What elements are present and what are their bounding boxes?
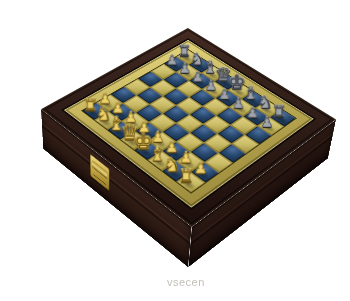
chess-case: ♜♞♝♛♚♝♞♜♟♟♟♟♟♟♟♟♟♟♟♟♟♟♟♟♜♞♝♛♚♝♞♜ xyxy=(41,28,336,227)
product-photo: ♜♞♝♛♚♝♞♜♟♟♟♟♟♟♟♟♟♟♟♟♟♟♟♟♜♞♝♛♚♝♞♜ vsecen xyxy=(0,0,350,301)
watermark: vsecen xyxy=(167,276,205,288)
gold-r-glyph: ♜ xyxy=(172,168,200,186)
camera-tilt: ♜♞♝♛♚♝♞♜♟♟♟♟♟♟♟♟♟♟♟♟♟♟♟♟♜♞♝♛♚♝♞♜ xyxy=(0,0,350,301)
silver-p-glyph: ♟ xyxy=(254,115,280,129)
scene: ♜♞♝♛♚♝♞♜♟♟♟♟♟♟♟♟♟♟♟♟♟♟♟♟♜♞♝♛♚♝♞♜ xyxy=(0,0,350,301)
case-lid-top: ♜♞♝♛♚♝♞♜♟♟♟♟♟♟♟♟♟♟♟♟♟♟♟♟♜♞♝♛♚♝♞♜ xyxy=(41,28,336,227)
